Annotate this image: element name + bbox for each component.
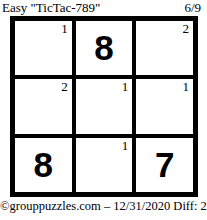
cell-value [76, 79, 133, 133]
cell-r1c2[interactable]: 8 [76, 21, 133, 75]
cell-value [15, 79, 72, 133]
page-header: Easy "TicTac-789" 6/9 [2, 0, 201, 15]
puzzle-title: Easy "TicTac-789" [2, 0, 100, 15]
cell-value: 8 [76, 21, 133, 75]
cell-value: 7 [136, 138, 193, 192]
cell-r2c2[interactable]: 1 [76, 79, 133, 133]
copyright-footer: ©grouppuzzles.com – 12/31/2020 Diff: 2 /… [0, 199, 207, 214]
cell-r3c3[interactable]: 7 [136, 138, 193, 192]
cell-r3c2[interactable]: 1 [76, 138, 133, 192]
cell-value [136, 21, 193, 75]
cell-value: 8 [15, 138, 72, 192]
cell-r1c3[interactable]: 2 [136, 21, 193, 75]
cell-r2c1[interactable]: 2 [15, 79, 72, 133]
cell-r1c1[interactable]: 1 [15, 21, 72, 75]
cell-value [76, 138, 133, 192]
cell-r3c1[interactable]: 8 [15, 138, 72, 192]
cell-value [15, 21, 72, 75]
puzzle-page: Easy "TicTac-789" 6/9 1 8 2 2 1 1 [0, 0, 207, 220]
tictac-board: 1 8 2 2 1 1 8 1 [10, 16, 198, 197]
page-indicator: 6/9 [184, 0, 201, 15]
cell-r2c3[interactable]: 1 [136, 79, 193, 133]
cell-value [136, 79, 193, 133]
